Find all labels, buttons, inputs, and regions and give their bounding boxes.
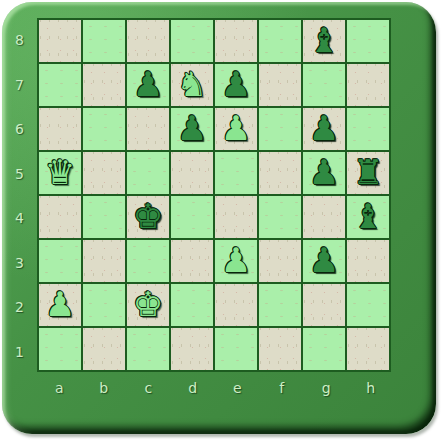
file-label-e: e: [215, 374, 260, 404]
file-label-a: a: [37, 374, 82, 404]
square-h2[interactable]: [347, 284, 389, 326]
square-g2[interactable]: [303, 284, 345, 326]
square-c5[interactable]: [127, 152, 169, 194]
board: ♝♟♞♟♟♟♟♛♟♜♚♝♟♟♟♚: [37, 18, 391, 372]
square-d1[interactable]: [171, 328, 213, 370]
square-e8[interactable]: [215, 20, 257, 62]
square-b6[interactable]: [83, 108, 125, 150]
square-f6[interactable]: [259, 108, 301, 150]
square-c2[interactable]: ♚: [127, 284, 169, 326]
square-e1[interactable]: [215, 328, 257, 370]
square-f3[interactable]: [259, 240, 301, 282]
square-a5[interactable]: ♛: [39, 152, 81, 194]
piece-black-pawn[interactable]: ♟: [309, 111, 339, 145]
square-g3[interactable]: ♟: [303, 240, 345, 282]
piece-white-queen[interactable]: ♛: [45, 155, 75, 189]
file-label-f: f: [260, 374, 305, 404]
square-h3[interactable]: [347, 240, 389, 282]
square-c6[interactable]: [127, 108, 169, 150]
square-g5[interactable]: ♟: [303, 152, 345, 194]
square-f1[interactable]: [259, 328, 301, 370]
square-e7[interactable]: ♟: [215, 64, 257, 106]
square-a4[interactable]: [39, 196, 81, 238]
square-b5[interactable]: [83, 152, 125, 194]
rank-label-2: 2: [2, 285, 37, 330]
piece-black-pawn[interactable]: ♟: [309, 243, 339, 277]
piece-black-pawn[interactable]: ♟: [309, 155, 339, 189]
square-d6[interactable]: ♟: [171, 108, 213, 150]
board-frame: 87654321 ♝♟♞♟♟♟♟♛♟♜♚♝♟♟♟♚ abcdefgh: [2, 2, 436, 434]
square-c3[interactable]: [127, 240, 169, 282]
square-c4[interactable]: ♚: [127, 196, 169, 238]
square-f5[interactable]: [259, 152, 301, 194]
square-a2[interactable]: ♟: [39, 284, 81, 326]
square-g1[interactable]: [303, 328, 345, 370]
square-a6[interactable]: [39, 108, 81, 150]
piece-black-pawn[interactable]: ♟: [177, 111, 207, 145]
square-f7[interactable]: [259, 64, 301, 106]
square-b1[interactable]: [83, 328, 125, 370]
rank-label-7: 7: [2, 63, 37, 108]
square-d5[interactable]: [171, 152, 213, 194]
square-a8[interactable]: [39, 20, 81, 62]
rank-label-4: 4: [2, 196, 37, 241]
square-e5[interactable]: [215, 152, 257, 194]
square-h6[interactable]: [347, 108, 389, 150]
piece-black-king[interactable]: ♚: [133, 199, 163, 233]
piece-white-pawn[interactable]: ♟: [45, 287, 75, 321]
square-h1[interactable]: [347, 328, 389, 370]
square-d4[interactable]: [171, 196, 213, 238]
square-e3[interactable]: ♟: [215, 240, 257, 282]
piece-white-pawn[interactable]: ♟: [221, 111, 251, 145]
square-h8[interactable]: [347, 20, 389, 62]
piece-black-bishop[interactable]: ♝: [353, 199, 383, 233]
square-a3[interactable]: [39, 240, 81, 282]
square-c1[interactable]: [127, 328, 169, 370]
square-d3[interactable]: [171, 240, 213, 282]
chess-app-window: 87654321 ♝♟♞♟♟♟♟♛♟♜♚♝♟♟♟♚ abcdefgh: [0, 0, 444, 442]
piece-white-pawn[interactable]: ♟: [221, 243, 251, 277]
square-d8[interactable]: [171, 20, 213, 62]
square-h7[interactable]: [347, 64, 389, 106]
square-g6[interactable]: ♟: [303, 108, 345, 150]
square-b7[interactable]: [83, 64, 125, 106]
square-d2[interactable]: [171, 284, 213, 326]
rank-label-6: 6: [2, 107, 37, 152]
square-b3[interactable]: [83, 240, 125, 282]
piece-black-bishop[interactable]: ♝: [309, 23, 339, 57]
square-b4[interactable]: [83, 196, 125, 238]
file-label-c: c: [126, 374, 171, 404]
square-c8[interactable]: [127, 20, 169, 62]
square-f8[interactable]: [259, 20, 301, 62]
square-c7[interactable]: ♟: [127, 64, 169, 106]
file-label-h: h: [349, 374, 394, 404]
square-h4[interactable]: ♝: [347, 196, 389, 238]
piece-black-rook[interactable]: ♜: [353, 155, 383, 189]
square-g8[interactable]: ♝: [303, 20, 345, 62]
rank-label-3: 3: [2, 241, 37, 286]
file-label-g: g: [304, 374, 349, 404]
file-label-b: b: [82, 374, 127, 404]
file-labels: abcdefgh: [37, 374, 393, 404]
rank-label-1: 1: [2, 330, 37, 375]
square-a7[interactable]: [39, 64, 81, 106]
rank-labels: 87654321: [2, 18, 37, 374]
rank-label-8: 8: [2, 18, 37, 63]
square-e2[interactable]: [215, 284, 257, 326]
piece-white-knight[interactable]: ♞: [177, 67, 207, 101]
square-g7[interactable]: [303, 64, 345, 106]
square-e4[interactable]: [215, 196, 257, 238]
square-h5[interactable]: ♜: [347, 152, 389, 194]
piece-black-pawn[interactable]: ♟: [221, 67, 251, 101]
piece-white-king[interactable]: ♚: [133, 287, 163, 321]
square-b2[interactable]: [83, 284, 125, 326]
square-g4[interactable]: [303, 196, 345, 238]
piece-black-pawn[interactable]: ♟: [133, 67, 163, 101]
file-label-d: d: [171, 374, 216, 404]
square-a1[interactable]: [39, 328, 81, 370]
square-d7[interactable]: ♞: [171, 64, 213, 106]
square-b8[interactable]: [83, 20, 125, 62]
square-f4[interactable]: [259, 196, 301, 238]
square-f2[interactable]: [259, 284, 301, 326]
square-e6[interactable]: ♟: [215, 108, 257, 150]
rank-label-5: 5: [2, 152, 37, 197]
